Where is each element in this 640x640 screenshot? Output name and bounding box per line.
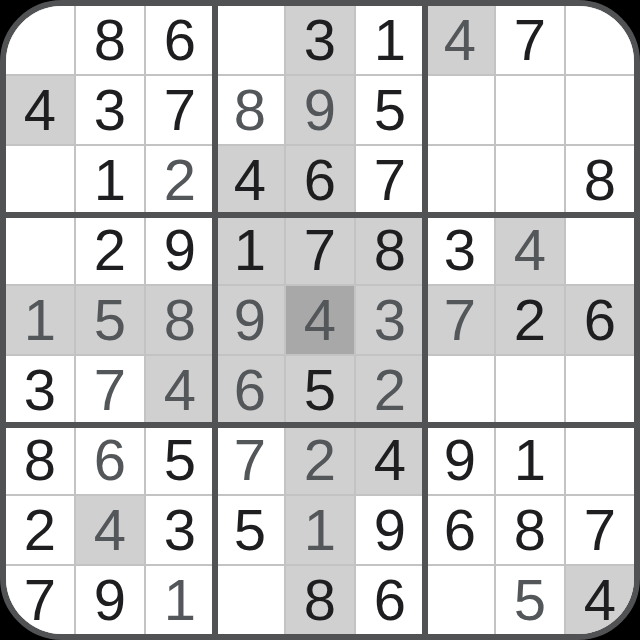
cell-r9c4[interactable]	[216, 566, 284, 634]
cell-r2c6[interactable]: 5	[356, 76, 424, 144]
cell-r6c2[interactable]: 7	[76, 356, 144, 424]
cell-r9c1[interactable]: 7	[6, 566, 74, 634]
cell-r2c8[interactable]	[496, 76, 564, 144]
cell-r5c1[interactable]: 1	[6, 286, 74, 354]
box-divider-horizontal-2	[6, 422, 634, 428]
cell-r8c7[interactable]: 6	[426, 496, 494, 564]
cell-r9c3[interactable]: 1	[146, 566, 214, 634]
cell-r5c9[interactable]: 6	[566, 286, 634, 354]
cell-r2c4[interactable]: 8	[216, 76, 284, 144]
cell-r9c5[interactable]: 8	[286, 566, 354, 634]
cell-r9c6[interactable]: 6	[356, 566, 424, 634]
cell-r8c3[interactable]: 3	[146, 496, 214, 564]
cell-r9c9[interactable]: 4	[566, 566, 634, 634]
cell-r8c4[interactable]: 5	[216, 496, 284, 564]
cell-r6c4[interactable]: 6	[216, 356, 284, 424]
cell-r4c6[interactable]: 8	[356, 216, 424, 284]
cell-r1c4[interactable]	[216, 6, 284, 74]
cell-r8c1[interactable]: 2	[6, 496, 74, 564]
cell-r3c8[interactable]	[496, 146, 564, 214]
cell-r7c1[interactable]: 8	[6, 426, 74, 494]
cell-r6c5[interactable]: 5	[286, 356, 354, 424]
cell-r6c6[interactable]: 2	[356, 356, 424, 424]
box-divider-vertical-1	[212, 6, 218, 634]
cell-r4c9[interactable]	[566, 216, 634, 284]
cell-r6c8[interactable]	[496, 356, 564, 424]
cell-r7c7[interactable]: 9	[426, 426, 494, 494]
cell-r8c5[interactable]: 1	[286, 496, 354, 564]
cell-r4c7[interactable]: 3	[426, 216, 494, 284]
cell-r5c8[interactable]: 2	[496, 286, 564, 354]
cell-r3c7[interactable]	[426, 146, 494, 214]
cell-r6c9[interactable]	[566, 356, 634, 424]
cell-r4c8[interactable]: 4	[496, 216, 564, 284]
cell-r6c1[interactable]: 3	[6, 356, 74, 424]
cell-r3c1[interactable]	[6, 146, 74, 214]
cell-r5c7[interactable]: 7	[426, 286, 494, 354]
cell-r3c2[interactable]: 1	[76, 146, 144, 214]
cell-r2c1[interactable]: 4	[6, 76, 74, 144]
cell-r8c8[interactable]: 8	[496, 496, 564, 564]
cell-r9c2[interactable]: 9	[76, 566, 144, 634]
cell-r3c6[interactable]: 7	[356, 146, 424, 214]
cell-r3c3[interactable]: 2	[146, 146, 214, 214]
cell-r7c5[interactable]: 2	[286, 426, 354, 494]
cell-r4c2[interactable]: 2	[76, 216, 144, 284]
cell-r2c2[interactable]: 3	[76, 76, 144, 144]
cell-r5c5[interactable]: 4	[286, 286, 354, 354]
cell-r7c9[interactable]	[566, 426, 634, 494]
cell-r9c8[interactable]: 5	[496, 566, 564, 634]
cell-r1c6[interactable]: 1	[356, 6, 424, 74]
box-divider-horizontal-1	[6, 212, 634, 218]
cell-r8c6[interactable]: 9	[356, 496, 424, 564]
cell-r5c3[interactable]: 8	[146, 286, 214, 354]
cell-r2c3[interactable]: 7	[146, 76, 214, 144]
cell-r8c9[interactable]: 7	[566, 496, 634, 564]
cell-r3c5[interactable]: 6	[286, 146, 354, 214]
cell-r4c1[interactable]	[6, 216, 74, 284]
cell-r7c2[interactable]: 6	[76, 426, 144, 494]
sudoku-grid: 8631474378951246782917834158943726374652…	[6, 6, 634, 634]
cell-r4c4[interactable]: 1	[216, 216, 284, 284]
cell-r7c4[interactable]: 7	[216, 426, 284, 494]
cell-r1c8[interactable]: 7	[496, 6, 564, 74]
cell-r1c7[interactable]: 4	[426, 6, 494, 74]
cell-r7c3[interactable]: 5	[146, 426, 214, 494]
cell-r5c2[interactable]: 5	[76, 286, 144, 354]
cell-r1c5[interactable]: 3	[286, 6, 354, 74]
cell-r7c8[interactable]: 1	[496, 426, 564, 494]
cell-r5c6[interactable]: 3	[356, 286, 424, 354]
sudoku-board: 8631474378951246782917834158943726374652…	[0, 0, 640, 640]
cell-r4c5[interactable]: 7	[286, 216, 354, 284]
cell-r9c7[interactable]	[426, 566, 494, 634]
cell-r3c9[interactable]: 8	[566, 146, 634, 214]
cell-r6c7[interactable]	[426, 356, 494, 424]
cell-r3c4[interactable]: 4	[216, 146, 284, 214]
cell-r8c2[interactable]: 4	[76, 496, 144, 564]
cell-r1c9[interactable]	[566, 6, 634, 74]
cell-r1c3[interactable]: 6	[146, 6, 214, 74]
cell-r2c7[interactable]	[426, 76, 494, 144]
cell-r7c6[interactable]: 4	[356, 426, 424, 494]
cell-r4c3[interactable]: 9	[146, 216, 214, 284]
box-divider-vertical-2	[422, 6, 428, 634]
cell-r5c4[interactable]: 9	[216, 286, 284, 354]
cell-r6c3[interactable]: 4	[146, 356, 214, 424]
cell-r2c5[interactable]: 9	[286, 76, 354, 144]
cell-r1c1[interactable]	[6, 6, 74, 74]
cell-r1c2[interactable]: 8	[76, 6, 144, 74]
cell-r2c9[interactable]	[566, 76, 634, 144]
